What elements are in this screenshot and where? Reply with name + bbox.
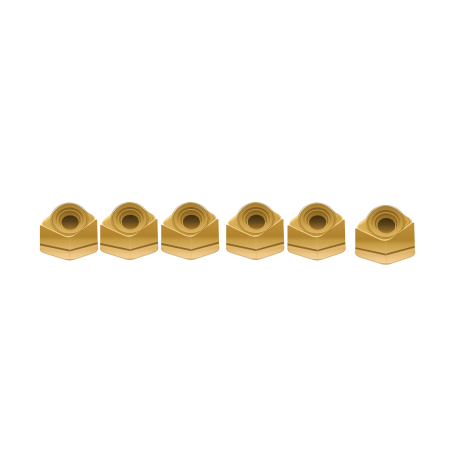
product-photo: [0, 0, 458, 458]
carbide-insert-2: [100, 203, 158, 261]
carbide-insert-6: [355, 205, 415, 264]
carbide-insert-5: [287, 203, 345, 261]
inserts-row: [40, 203, 415, 265]
carbide-insert-4: [226, 203, 284, 261]
scene-canvas: [0, 0, 458, 458]
carbide-insert-3: [161, 203, 219, 261]
carbide-insert-1: [40, 203, 98, 261]
